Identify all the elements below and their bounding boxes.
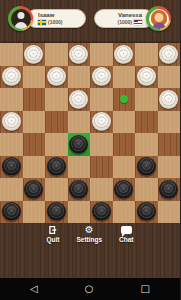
left-player-rating: (1000) — [48, 19, 62, 25]
square-2-3[interactable] — [68, 88, 91, 111]
square-5-0[interactable] — [0, 156, 23, 179]
square-4-7[interactable] — [158, 133, 181, 156]
left-player-avatar[interactable] — [8, 6, 33, 31]
white-piece[interactable] — [47, 67, 66, 86]
square-2-5[interactable] — [113, 88, 136, 111]
usa-flag-icon — [134, 20, 142, 25]
person-silhouette-icon — [11, 9, 31, 29]
home-icon[interactable]: ○ — [85, 284, 94, 294]
white-piece[interactable] — [24, 45, 43, 64]
square-3-3 — [68, 111, 91, 134]
square-7-2[interactable] — [45, 201, 68, 224]
square-5-2[interactable] — [45, 156, 68, 179]
left-player-card: Isaaw (1000) — [26, 9, 86, 28]
game-screen: Isaaw (1000) Vanessa (1000) — [0, 0, 180, 300]
square-6-7[interactable] — [158, 178, 181, 201]
back-icon[interactable]: ◁ — [30, 284, 38, 294]
white-piece[interactable] — [159, 90, 178, 109]
chat-label: Chat — [119, 236, 133, 243]
board — [0, 43, 180, 223]
black-piece[interactable] — [92, 202, 111, 221]
square-7-6[interactable] — [135, 201, 158, 224]
square-0-3[interactable] — [68, 43, 91, 66]
square-3-0[interactable] — [0, 111, 23, 134]
settings-button[interactable]: ⚙ Settings — [76, 225, 102, 243]
right-player-avatar[interactable] — [146, 6, 171, 31]
square-0-5[interactable] — [113, 43, 136, 66]
right-player-name: Vanessa — [118, 12, 142, 19]
white-piece[interactable] — [69, 45, 88, 64]
square-7-5 — [113, 201, 136, 224]
square-1-0[interactable] — [0, 66, 23, 89]
square-6-4 — [90, 178, 113, 201]
quit-label: Quit — [46, 236, 59, 243]
square-4-6 — [135, 133, 158, 156]
square-2-7[interactable] — [158, 88, 181, 111]
white-piece[interactable] — [2, 67, 21, 86]
white-piece[interactable] — [137, 67, 156, 86]
square-1-2[interactable] — [45, 66, 68, 89]
chat-button[interactable]: Chat — [119, 225, 133, 243]
square-3-2[interactable] — [45, 111, 68, 134]
gear-icon: ⚙ — [85, 225, 94, 235]
square-1-4[interactable] — [90, 66, 113, 89]
recents-icon[interactable]: □ — [141, 284, 150, 294]
square-6-6 — [135, 178, 158, 201]
black-piece[interactable] — [2, 202, 21, 221]
white-piece[interactable] — [159, 45, 178, 64]
square-0-6 — [135, 43, 158, 66]
black-piece[interactable] — [137, 157, 156, 176]
square-1-6[interactable] — [135, 66, 158, 89]
white-piece[interactable] — [69, 90, 88, 109]
square-0-7[interactable] — [158, 43, 181, 66]
quit-button[interactable]: Quit — [46, 225, 59, 243]
settings-label: Settings — [76, 236, 102, 243]
square-5-4[interactable] — [90, 156, 113, 179]
right-player-card: Vanessa (1000) — [94, 9, 154, 28]
square-7-1 — [23, 201, 46, 224]
square-3-1 — [23, 111, 46, 134]
white-piece[interactable] — [92, 67, 111, 86]
square-2-4 — [90, 88, 113, 111]
square-6-5[interactable] — [113, 178, 136, 201]
square-6-0 — [0, 178, 23, 201]
android-navbar: ◁ ○ □ — [0, 278, 180, 300]
quit-exit-icon — [48, 225, 58, 235]
square-6-2 — [45, 178, 68, 201]
square-7-4[interactable] — [90, 201, 113, 224]
square-1-3 — [68, 66, 91, 89]
square-4-2 — [45, 133, 68, 156]
black-piece[interactable] — [137, 202, 156, 221]
square-4-4 — [90, 133, 113, 156]
square-2-0 — [0, 88, 23, 111]
girl-avatar-icon — [149, 9, 169, 29]
move-hint-dot[interactable] — [120, 95, 128, 103]
square-5-6[interactable] — [135, 156, 158, 179]
black-piece[interactable] — [69, 135, 88, 154]
square-4-3[interactable] — [68, 133, 91, 156]
square-2-1[interactable] — [23, 88, 46, 111]
square-5-1 — [23, 156, 46, 179]
square-7-7 — [158, 201, 181, 224]
white-piece[interactable] — [114, 45, 133, 64]
square-0-2 — [45, 43, 68, 66]
square-1-1 — [23, 66, 46, 89]
square-0-4 — [90, 43, 113, 66]
black-piece[interactable] — [24, 180, 43, 199]
sweden-flag-icon — [38, 20, 46, 25]
bottom-toolbar: Quit ⚙ Settings Chat — [0, 225, 180, 251]
square-1-5 — [113, 66, 136, 89]
square-4-5[interactable] — [113, 133, 136, 156]
black-piece[interactable] — [47, 157, 66, 176]
square-4-1[interactable] — [23, 133, 46, 156]
square-1-7 — [158, 66, 181, 89]
chat-bubble-icon — [121, 225, 132, 235]
black-piece[interactable] — [2, 157, 21, 176]
square-3-4[interactable] — [90, 111, 113, 134]
black-piece[interactable] — [114, 180, 133, 199]
square-2-2 — [45, 88, 68, 111]
square-2-6 — [135, 88, 158, 111]
white-piece[interactable] — [2, 112, 21, 131]
square-0-0 — [0, 43, 23, 66]
square-0-1[interactable] — [23, 43, 46, 66]
square-5-5 — [113, 156, 136, 179]
black-piece[interactable] — [47, 202, 66, 221]
white-piece[interactable] — [92, 112, 111, 131]
black-piece[interactable] — [69, 180, 88, 199]
square-5-7 — [158, 156, 181, 179]
square-3-7 — [158, 111, 181, 134]
black-piece[interactable] — [159, 180, 178, 199]
square-3-5 — [113, 111, 136, 134]
square-6-3[interactable] — [68, 178, 91, 201]
square-4-0 — [0, 133, 23, 156]
right-player-rating: (1000) — [118, 19, 132, 25]
left-player-name: Isaaw — [38, 12, 54, 19]
square-6-1[interactable] — [23, 178, 46, 201]
square-7-3 — [68, 201, 91, 224]
square-3-6[interactable] — [135, 111, 158, 134]
square-5-3 — [68, 156, 91, 179]
square-7-0[interactable] — [0, 201, 23, 224]
